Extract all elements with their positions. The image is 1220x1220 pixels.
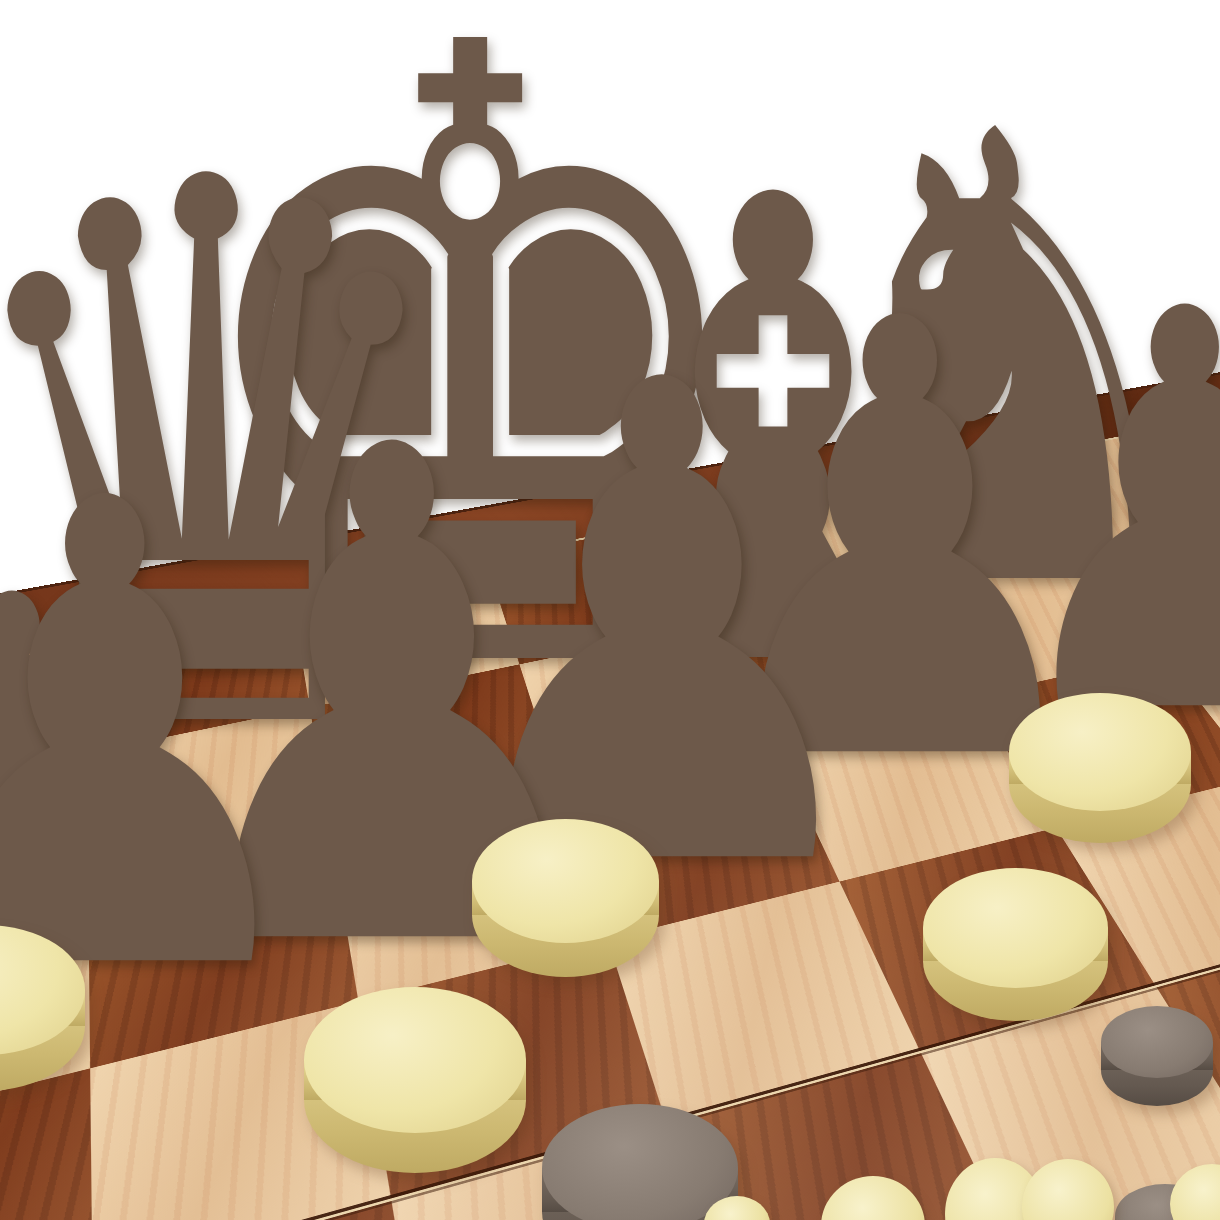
cream-checker-2-face — [1009, 693, 1191, 811]
cream-checker-5-b5 — [0, 925, 85, 1091]
brown-checker-2-face — [1101, 1006, 1213, 1078]
cream-checker-3-e5 — [923, 868, 1108, 1021]
product-photo-stage: H ♛♚♝♞♟♟♟♟♟♟♜ — [0, 0, 1220, 1220]
brown-checker-1-face — [542, 1104, 738, 1220]
cream-checker-1-face — [472, 819, 659, 943]
cream-checker-4-face — [304, 987, 526, 1133]
cream-checker-3-face — [923, 868, 1108, 988]
cream-checker-2-f6 — [1009, 693, 1191, 843]
cream-checker-1-d6 — [472, 819, 659, 977]
brown-checker-2-f4 — [1101, 1006, 1213, 1106]
brown-checker-1-d4 — [542, 1104, 738, 1220]
cream-checker-4-c5 — [304, 987, 526, 1173]
